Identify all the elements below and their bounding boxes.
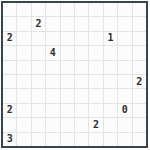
empty-cell[interactable]	[104, 17, 117, 30]
empty-cell[interactable]	[61, 61, 74, 74]
empty-cell[interactable]	[32, 89, 45, 102]
empty-cell[interactable]	[17, 17, 30, 30]
empty-cell[interactable]	[104, 46, 117, 59]
empty-cell[interactable]	[75, 118, 88, 131]
empty-cell[interactable]	[46, 89, 59, 102]
empty-cell[interactable]	[17, 104, 30, 117]
empty-cell[interactable]	[32, 61, 45, 74]
empty-cell[interactable]	[75, 61, 88, 74]
empty-cell[interactable]	[104, 3, 117, 16]
clue-cell: 0	[118, 104, 131, 117]
empty-cell[interactable]	[61, 118, 74, 131]
empty-cell[interactable]	[61, 32, 74, 45]
empty-cell[interactable]	[75, 32, 88, 45]
empty-cell[interactable]	[32, 104, 45, 117]
clue-cell: 2	[133, 75, 146, 88]
empty-cell[interactable]	[118, 17, 131, 30]
empty-cell[interactable]	[32, 46, 45, 59]
empty-cell[interactable]	[75, 17, 88, 30]
empty-cell[interactable]	[133, 118, 146, 131]
clue-cell: 2	[89, 118, 102, 131]
clue-cell: 4	[46, 46, 59, 59]
empty-cell[interactable]	[17, 46, 30, 59]
empty-cell[interactable]	[3, 118, 16, 131]
empty-cell[interactable]	[104, 75, 117, 88]
empty-cell[interactable]	[46, 3, 59, 16]
clue-cell: 2	[32, 17, 45, 30]
empty-cell[interactable]	[118, 89, 131, 102]
empty-cell[interactable]	[61, 17, 74, 30]
empty-cell[interactable]	[61, 133, 74, 146]
empty-cell[interactable]	[89, 133, 102, 146]
empty-cell[interactable]	[75, 133, 88, 146]
empty-cell[interactable]	[104, 104, 117, 117]
empty-cell[interactable]	[3, 17, 16, 30]
clue-cell: 1	[104, 32, 117, 45]
empty-cell[interactable]	[118, 32, 131, 45]
empty-cell[interactable]	[32, 3, 45, 16]
empty-cell[interactable]	[118, 61, 131, 74]
empty-cell[interactable]	[89, 89, 102, 102]
empty-cell[interactable]	[104, 61, 117, 74]
clue-cell: 2	[3, 104, 16, 117]
empty-cell[interactable]	[89, 46, 102, 59]
empty-cell[interactable]	[133, 32, 146, 45]
empty-cell[interactable]	[46, 61, 59, 74]
empty-cell[interactable]	[17, 89, 30, 102]
empty-cell[interactable]	[89, 75, 102, 88]
empty-cell[interactable]	[75, 3, 88, 16]
empty-cell[interactable]	[104, 118, 117, 131]
empty-cell[interactable]	[89, 17, 102, 30]
empty-cell[interactable]	[17, 118, 30, 131]
clue-cell: 3	[3, 133, 16, 146]
empty-cell[interactable]	[32, 32, 45, 45]
empty-cell[interactable]	[75, 75, 88, 88]
empty-cell[interactable]	[104, 89, 117, 102]
empty-cell[interactable]	[89, 3, 102, 16]
empty-cell[interactable]	[17, 3, 30, 16]
empty-cell[interactable]	[133, 61, 146, 74]
empty-cell[interactable]	[3, 46, 16, 59]
empty-cell[interactable]	[118, 133, 131, 146]
empty-cell[interactable]	[75, 46, 88, 59]
empty-cell[interactable]	[17, 61, 30, 74]
empty-cell[interactable]	[89, 61, 102, 74]
empty-cell[interactable]	[46, 133, 59, 146]
empty-cell[interactable]	[17, 32, 30, 45]
empty-cell[interactable]	[61, 46, 74, 59]
empty-cell[interactable]	[32, 75, 45, 88]
empty-cell[interactable]	[133, 89, 146, 102]
empty-cell[interactable]	[46, 104, 59, 117]
empty-cell[interactable]	[61, 75, 74, 88]
empty-cell[interactable]	[133, 104, 146, 117]
empty-cell[interactable]	[118, 118, 131, 131]
empty-cell[interactable]	[104, 133, 117, 146]
empty-cell[interactable]	[61, 104, 74, 117]
empty-cell[interactable]	[118, 3, 131, 16]
empty-cell[interactable]	[32, 118, 45, 131]
empty-cell[interactable]	[75, 89, 88, 102]
empty-cell[interactable]	[75, 104, 88, 117]
empty-cell[interactable]	[118, 46, 131, 59]
empty-cell[interactable]	[32, 133, 45, 146]
empty-cell[interactable]	[133, 46, 146, 59]
empty-cell[interactable]	[89, 104, 102, 117]
minesweeper-board: 221422023	[1, 1, 148, 148]
empty-cell[interactable]	[46, 17, 59, 30]
empty-cell[interactable]	[3, 61, 16, 74]
empty-cell[interactable]	[46, 75, 59, 88]
empty-cell[interactable]	[3, 3, 16, 16]
empty-cell[interactable]	[118, 75, 131, 88]
empty-cell[interactable]	[3, 75, 16, 88]
empty-cell[interactable]	[61, 3, 74, 16]
empty-cell[interactable]	[46, 32, 59, 45]
clue-cell: 2	[3, 32, 16, 45]
empty-cell[interactable]	[133, 3, 146, 16]
empty-cell[interactable]	[61, 89, 74, 102]
empty-cell[interactable]	[89, 32, 102, 45]
empty-cell[interactable]	[133, 133, 146, 146]
empty-cell[interactable]	[46, 118, 59, 131]
empty-cell[interactable]	[3, 89, 16, 102]
empty-cell[interactable]	[133, 17, 146, 30]
empty-cell[interactable]	[17, 133, 30, 146]
empty-cell[interactable]	[17, 75, 30, 88]
